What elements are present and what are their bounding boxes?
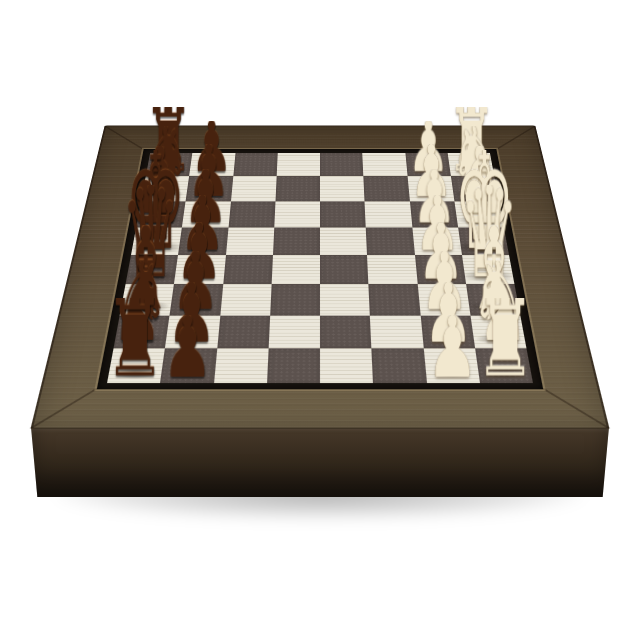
square-e5[interactable] [273,227,320,255]
square-b5[interactable] [268,315,320,348]
square-a5[interactable] [267,348,320,383]
white-rook-a1[interactable]: ♜ [476,298,536,379]
square-f6[interactable] [228,201,275,227]
square-c6[interactable] [220,284,272,315]
square-g6[interactable] [231,176,277,201]
white-pawn-a2[interactable]: ♟ [427,314,477,378]
square-c5[interactable] [270,284,320,315]
frame-mitre-joint [30,388,98,429]
square-g5[interactable] [275,176,320,201]
black-rook-a8[interactable]: ♜ [104,298,164,379]
square-c4[interactable] [320,284,370,315]
square-g4[interactable] [320,176,365,201]
square-f3[interactable] [365,201,412,227]
board-assembly: ♜♟♟♜♞♟♟♞♝♟♟♝♚♟♟♚♛♟♟♛♝♟♟♝♞♟♟♞♜♟♟♜ [30,125,609,429]
square-a4[interactable] [320,348,373,383]
square-f4[interactable] [320,201,366,227]
square-b3[interactable] [370,315,423,348]
chess-set-scene: ♜♟♟♜♞♟♟♞♝♟♟♝♚♟♟♚♛♟♟♛♝♟♟♝♞♟♟♞♜♟♟♜ [0,0,640,640]
square-b4[interactable] [320,315,372,348]
square-e3[interactable] [366,227,415,255]
square-h4[interactable] [320,153,364,177]
square-h5[interactable] [276,153,320,177]
perspective-stage: ♜♟♟♜♞♟♟♞♝♟♟♝♚♟♟♚♛♟♟♛♝♟♟♝♞♟♟♞♜♟♟♜ [73,8,567,502]
square-e6[interactable] [226,227,275,255]
square-g3[interactable] [364,176,410,201]
square-h2[interactable] [405,153,451,177]
square-f5[interactable] [274,201,320,227]
square-c3[interactable] [369,284,421,315]
frame-mitre-joint [542,388,610,429]
square-a3[interactable] [372,348,427,383]
square-a6[interactable] [214,348,269,383]
square-h6[interactable] [233,153,278,177]
square-d6[interactable] [223,255,273,284]
square-b6[interactable] [217,315,270,348]
square-g2[interactable] [407,176,454,201]
square-h3[interactable] [362,153,407,177]
square-d3[interactable] [367,255,417,284]
square-g7[interactable] [186,176,233,201]
square-d4[interactable] [320,255,369,284]
black-pawn-a7[interactable]: ♟ [162,314,212,378]
square-e4[interactable] [320,227,367,255]
square-h7[interactable] [189,153,235,177]
square-d5[interactable] [271,255,320,284]
